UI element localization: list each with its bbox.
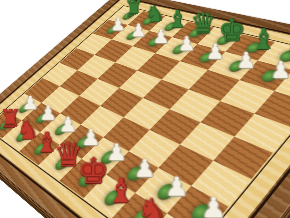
board-scene: ♜♞♝♛♚♝♞♜♟♟♟♟♟♟♟♟♟♟♟♟♟♟♟♟♜♞♝♛♚♝♞♜	[0, 0, 290, 218]
photo-background: ♜♞♝♛♚♝♞♜♟♟♟♟♟♟♟♟♟♟♟♟♟♟♟♟♜♞♝♛♚♝♞♜	[0, 0, 290, 218]
chess-board: ♜♞♝♛♚♝♞♜♟♟♟♟♟♟♟♟♟♟♟♟♟♟♟♟♜♞♝♛♚♝♞♜	[0, 0, 290, 218]
